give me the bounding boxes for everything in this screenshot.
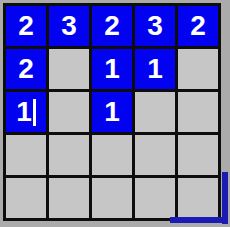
grid-cell-r1c5[interactable]: 2 [178,6,218,46]
grid-cell-r2c5[interactable] [178,49,218,89]
grid-cell-r3c5[interactable] [178,92,218,132]
grid-cell-r5c2[interactable] [49,178,89,218]
grid-cell-r2c3[interactable]: 1 [92,49,132,89]
cell-value: 2 [190,6,206,46]
cell-value: 1 [104,92,120,132]
grid-cell-r1c3[interactable]: 2 [92,6,132,46]
grid-cell-r5c4[interactable] [135,178,175,218]
grid-cell-r4c3[interactable] [92,135,132,175]
grid-cell-r1c1[interactable]: 2 [6,6,46,46]
grid-cell-r3c1-active[interactable]: 1 [6,92,46,132]
grid-cell-r2c2[interactable] [49,49,89,89]
grid-cell-r5c3[interactable] [92,178,132,218]
grid-cell-r2c1[interactable]: 2 [6,49,46,89]
selection-marker-bottom-bar [170,217,228,223]
grid-cell-r5c5-selected[interactable] [178,178,218,218]
cell-value: 2 [104,6,120,46]
puzzle-window: { "game": "5x5 number-grid puzzle (mosai… [0,0,230,227]
cell-value: 3 [147,6,163,46]
grid-cell-r3c4[interactable] [135,92,175,132]
cell-value: 1 [147,49,163,89]
cell-value: 1 [104,49,120,89]
grid-cell-r4c1[interactable] [6,135,46,175]
grid-cell-r4c4[interactable] [135,135,175,175]
grid-cell-r5c1[interactable] [6,178,46,218]
grid-cell-r3c2[interactable] [49,92,89,132]
text-caret [33,99,36,126]
cell-value: 3 [61,6,77,46]
cell-value: 2 [18,49,34,89]
cell-value: 2 [18,6,34,46]
grid-cell-r4c5[interactable] [178,135,218,175]
grid-cell-r2c4[interactable]: 1 [135,49,175,89]
puzzle-grid: 2 3 2 3 2 2 1 1 1 1 [3,3,221,221]
grid-cell-r1c4[interactable]: 3 [135,6,175,46]
grid-cell-r3c3[interactable]: 1 [92,92,132,132]
grid-cell-r1c2[interactable]: 3 [49,6,89,46]
cell-value: 1 [16,92,32,132]
grid-cell-r4c2[interactable] [49,135,89,175]
